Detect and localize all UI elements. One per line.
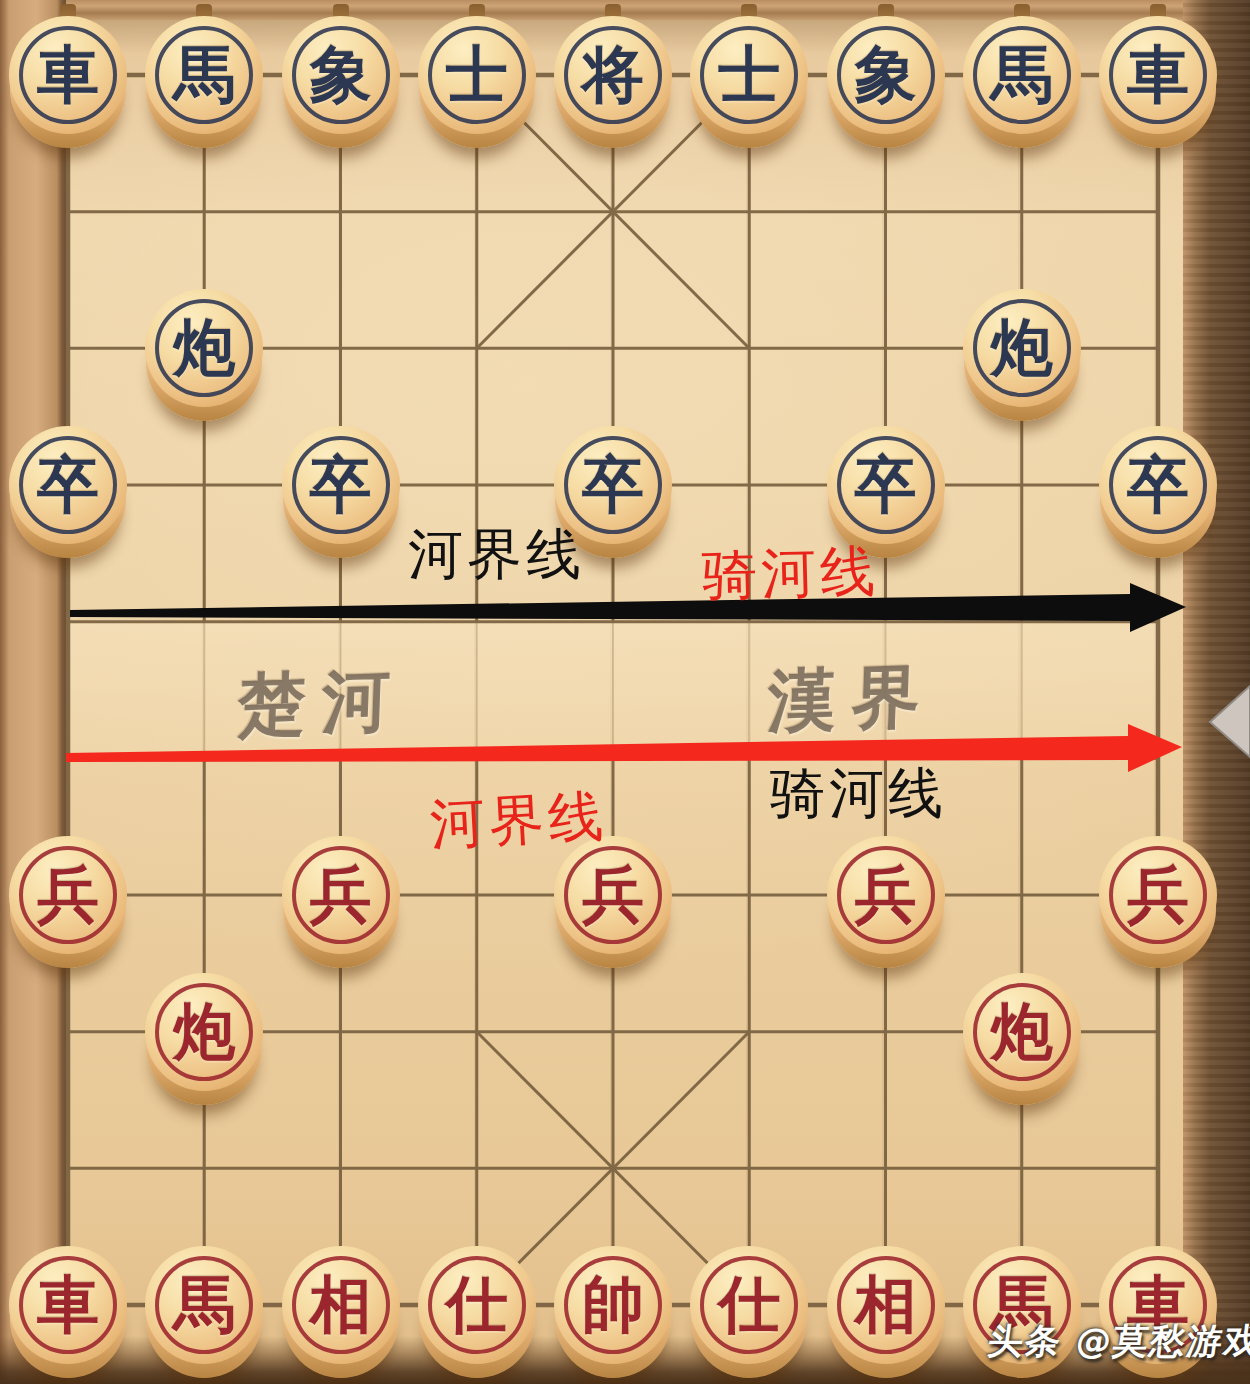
piece-black-cannon[interactable]: 炮 <box>963 289 1081 407</box>
piece-red-pawn[interactable]: 兵 <box>554 836 672 954</box>
piece-ring <box>564 436 662 534</box>
piece-black-rook[interactable]: 車 <box>9 16 127 134</box>
pieces-layer: 車馬象士将士象馬車炮炮卒卒卒卒卒兵兵兵兵兵炮炮車馬相仕帥仕相馬車 <box>0 0 1250 1384</box>
piece-ring <box>837 436 935 534</box>
piece-red-elephant[interactable]: 相 <box>827 1246 945 1364</box>
piece-ring <box>564 846 662 944</box>
piece-red-pawn[interactable]: 兵 <box>9 836 127 954</box>
piece-ring <box>292 436 390 534</box>
piece-ring <box>700 26 798 124</box>
piece-ring <box>19 846 117 944</box>
label-river-boundary-bottom: 河界线 <box>429 788 609 852</box>
piece-ring <box>837 26 935 124</box>
label-riding-river-top: 骑河线 <box>701 544 879 604</box>
piece-black-horse[interactable]: 馬 <box>145 16 263 134</box>
xiangqi-board-screenshot: 楚河 漢界 河界线 骑河线 骑河线 河界线 車馬象士将士象馬車炮炮卒卒卒卒卒兵兵… <box>0 0 1250 1384</box>
piece-black-rook[interactable]: 車 <box>1099 16 1217 134</box>
piece-ring <box>973 299 1071 397</box>
piece-red-pawn[interactable]: 兵 <box>827 836 945 954</box>
piece-ring <box>564 26 662 124</box>
piece-ring <box>19 26 117 124</box>
piece-red-horse[interactable]: 馬 <box>145 1246 263 1364</box>
piece-ring <box>837 1256 935 1354</box>
piece-ring <box>973 983 1071 1081</box>
piece-red-advisor[interactable]: 仕 <box>418 1246 536 1364</box>
watermark: 头条 @莫愁游戏 <box>985 1318 1250 1365</box>
label-river-boundary-top: 河界线 <box>408 527 585 582</box>
piece-ring <box>564 1256 662 1354</box>
piece-ring <box>700 1256 798 1354</box>
piece-ring <box>19 1256 117 1354</box>
piece-red-rook[interactable]: 車 <box>9 1246 127 1364</box>
piece-ring <box>428 1256 526 1354</box>
piece-red-pawn[interactable]: 兵 <box>282 836 400 954</box>
piece-black-pawn[interactable]: 卒 <box>282 426 400 544</box>
piece-ring <box>428 26 526 124</box>
piece-black-elephant[interactable]: 象 <box>827 16 945 134</box>
piece-black-pawn[interactable]: 卒 <box>827 426 945 544</box>
piece-ring <box>155 26 253 124</box>
piece-black-king[interactable]: 将 <box>554 16 672 134</box>
piece-ring <box>19 436 117 534</box>
piece-black-pawn[interactable]: 卒 <box>1099 426 1217 544</box>
piece-ring <box>155 983 253 1081</box>
piece-ring <box>837 846 935 944</box>
piece-ring <box>155 299 253 397</box>
piece-red-king[interactable]: 帥 <box>554 1246 672 1364</box>
piece-red-cannon[interactable]: 炮 <box>145 973 263 1091</box>
piece-red-cannon[interactable]: 炮 <box>963 973 1081 1091</box>
label-riding-river-bottom: 骑河线 <box>770 766 947 821</box>
piece-red-advisor[interactable]: 仕 <box>690 1246 808 1364</box>
piece-black-advisor[interactable]: 士 <box>690 16 808 134</box>
piece-ring <box>973 26 1071 124</box>
piece-black-cannon[interactable]: 炮 <box>145 289 263 407</box>
piece-ring <box>292 846 390 944</box>
piece-black-advisor[interactable]: 士 <box>418 16 536 134</box>
piece-black-pawn[interactable]: 卒 <box>9 426 127 544</box>
piece-ring <box>155 1256 253 1354</box>
piece-black-horse[interactable]: 馬 <box>963 16 1081 134</box>
piece-ring <box>1109 436 1207 534</box>
piece-ring <box>292 26 390 124</box>
piece-red-pawn[interactable]: 兵 <box>1099 836 1217 954</box>
piece-ring <box>1109 846 1207 944</box>
piece-ring <box>1109 26 1207 124</box>
piece-black-elephant[interactable]: 象 <box>282 16 400 134</box>
piece-red-elephant[interactable]: 相 <box>282 1246 400 1364</box>
piece-ring <box>292 1256 390 1354</box>
